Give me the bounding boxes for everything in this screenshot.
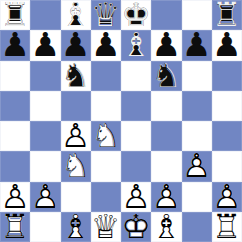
square-e7[interactable]: ♝♗	[121, 30, 151, 60]
square-b5[interactable]	[30, 91, 60, 121]
square-b4[interactable]	[30, 121, 60, 151]
white-pawn-outline: ♙	[61, 121, 91, 151]
white-pawn-fill: ♟	[61, 121, 91, 151]
white-pawn[interactable]: ♟♙	[30, 182, 60, 212]
black-pawn-fill: ♟	[0, 30, 30, 60]
white-rook-fill: ♜	[0, 212, 30, 242]
square-d6[interactable]	[91, 61, 121, 91]
white-pawn[interactable]: ♟♙	[212, 182, 242, 212]
square-f3[interactable]	[151, 151, 181, 181]
white-bishop-outline: ♗	[151, 212, 181, 242]
black-pawn[interactable]: ♟	[0, 30, 30, 60]
white-pawn-outline: ♙	[212, 182, 242, 212]
square-d1[interactable]: ♛♕	[91, 212, 121, 242]
square-g6[interactable]	[182, 61, 212, 91]
white-knight-fill: ♞	[91, 121, 121, 151]
black-pawn-fill: ♟	[182, 30, 212, 60]
black-king-outline: ♔	[121, 0, 151, 30]
black-bishop-outline: ♗	[61, 0, 91, 30]
square-g7[interactable]: ♟	[182, 30, 212, 60]
black-pawn-fill: ♟	[151, 30, 181, 60]
white-king-outline: ♔	[121, 212, 151, 242]
white-rook-outline: ♖	[212, 212, 242, 242]
black-rook[interactable]: ♜♖	[212, 0, 242, 30]
black-knight-fill: ♞	[151, 61, 181, 91]
square-d7[interactable]: ♟	[91, 30, 121, 60]
square-h7[interactable]: ♟	[212, 30, 242, 60]
white-rook[interactable]: ♜♖	[0, 212, 30, 242]
white-pawn-fill: ♟	[212, 182, 242, 212]
square-d8[interactable]: ♛♕	[91, 0, 121, 30]
square-c6[interactable]: ♞♘	[61, 61, 91, 91]
white-king-fill: ♚	[121, 212, 151, 242]
square-h6[interactable]	[212, 61, 242, 91]
square-e5[interactable]	[121, 91, 151, 121]
black-pawn[interactable]: ♟	[151, 30, 181, 60]
square-e8[interactable]: ♚♔	[121, 0, 151, 30]
white-rook[interactable]: ♜♖	[212, 212, 242, 242]
square-a8[interactable]: ♜♖	[0, 0, 30, 30]
square-c8[interactable]: ♝♗	[61, 0, 91, 30]
black-knight[interactable]: ♞♘	[151, 61, 181, 91]
square-a3[interactable]	[0, 151, 30, 181]
square-c1[interactable]: ♝♗	[61, 212, 91, 242]
black-pawn-fill: ♟	[212, 30, 242, 60]
black-bishop[interactable]: ♝♗	[61, 0, 91, 30]
square-d5[interactable]	[91, 91, 121, 121]
square-c2[interactable]	[61, 182, 91, 212]
white-pawn-fill: ♟	[182, 151, 212, 181]
white-pawn[interactable]: ♟♙	[182, 151, 212, 181]
white-pawn-outline: ♙	[151, 182, 181, 212]
square-a4[interactable]	[0, 121, 30, 151]
white-bishop-fill: ♝	[61, 212, 91, 242]
white-pawn[interactable]: ♟♙	[61, 121, 91, 151]
square-b7[interactable]: ♟	[30, 30, 60, 60]
white-pawn-outline: ♙	[30, 182, 60, 212]
black-pawn[interactable]: ♟	[61, 30, 91, 60]
black-pawn-fill: ♟	[30, 30, 60, 60]
white-bishop[interactable]: ♝♗	[151, 212, 181, 242]
white-pawn-fill: ♟	[151, 182, 181, 212]
white-knight-fill: ♞	[61, 151, 91, 181]
black-bishop-fill: ♝	[61, 0, 91, 30]
white-queen-fill: ♛	[91, 212, 121, 242]
square-h4[interactable]	[212, 121, 242, 151]
white-pawn-outline: ♙	[182, 151, 212, 181]
black-knight-outline: ♘	[151, 61, 181, 91]
square-g3[interactable]: ♟♙	[182, 151, 212, 181]
square-e2[interactable]: ♟♙	[121, 182, 151, 212]
black-pawn[interactable]: ♟	[91, 30, 121, 60]
black-king-fill: ♚	[121, 0, 151, 30]
white-pawn-fill: ♟	[0, 182, 30, 212]
square-g4[interactable]	[182, 121, 212, 151]
square-f2[interactable]: ♟♙	[151, 182, 181, 212]
white-rook-outline: ♖	[0, 212, 30, 242]
black-pawn[interactable]: ♟	[212, 30, 242, 60]
square-h1[interactable]: ♜♖	[212, 212, 242, 242]
white-queen[interactable]: ♛♕	[91, 212, 121, 242]
square-a1[interactable]: ♜♖	[0, 212, 30, 242]
black-rook-fill: ♜	[212, 0, 242, 30]
black-pawn-fill: ♟	[61, 30, 91, 60]
black-king[interactable]: ♚♔	[121, 0, 151, 30]
square-b8[interactable]	[30, 0, 60, 30]
square-c3[interactable]: ♞♘	[61, 151, 91, 181]
black-rook-fill: ♜	[0, 0, 30, 30]
square-a6[interactable]	[0, 61, 30, 91]
black-knight-outline: ♘	[61, 61, 91, 91]
square-h5[interactable]	[212, 91, 242, 121]
square-b1[interactable]	[30, 212, 60, 242]
square-f8[interactable]	[151, 0, 181, 30]
white-pawn-fill: ♟	[30, 182, 60, 212]
white-knight-outline: ♘	[61, 151, 91, 181]
square-b3[interactable]	[30, 151, 60, 181]
square-h8[interactable]: ♜♖	[212, 0, 242, 30]
white-bishop[interactable]: ♝♗	[61, 212, 91, 242]
white-pawn[interactable]: ♟♙	[0, 182, 30, 212]
black-queen[interactable]: ♛♕	[91, 0, 121, 30]
square-c4[interactable]: ♟♙	[61, 121, 91, 151]
white-rook-fill: ♜	[212, 212, 242, 242]
black-pawn-fill: ♟	[91, 30, 121, 60]
black-pawn[interactable]: ♟	[30, 30, 60, 60]
square-b6[interactable]	[30, 61, 60, 91]
white-knight-outline: ♘	[91, 121, 121, 151]
square-h2[interactable]: ♟♙	[212, 182, 242, 212]
square-a5[interactable]	[0, 91, 30, 121]
square-f1[interactable]: ♝♗	[151, 212, 181, 242]
white-knight[interactable]: ♞♘	[61, 151, 91, 181]
black-pawn[interactable]: ♟	[182, 30, 212, 60]
square-h3[interactable]	[212, 151, 242, 181]
black-knight[interactable]: ♞♘	[61, 61, 91, 91]
square-e1[interactable]: ♚♔	[121, 212, 151, 242]
white-king[interactable]: ♚♔	[121, 212, 151, 242]
square-g2[interactable]	[182, 182, 212, 212]
square-e3[interactable]	[121, 151, 151, 181]
white-queen-outline: ♕	[91, 212, 121, 242]
square-g8[interactable]	[182, 0, 212, 30]
black-bishop-fill: ♝	[121, 30, 151, 60]
square-d4[interactable]: ♞♘	[91, 121, 121, 151]
square-b2[interactable]: ♟♙	[30, 182, 60, 212]
square-f4[interactable]	[151, 121, 181, 151]
square-c7[interactable]: ♟	[61, 30, 91, 60]
square-a7[interactable]: ♟	[0, 30, 30, 60]
black-rook-outline: ♖	[212, 0, 242, 30]
chess-board: ♜♖♝♗♛♕♚♔♜♖♟♟♟♟♝♗♟♟♟♞♘♞♘♟♙♞♘♞♘♟♙♟♙♟♙♟♙♟♙♟…	[0, 0, 242, 242]
square-e4[interactable]	[121, 121, 151, 151]
black-bishop-outline: ♗	[121, 30, 151, 60]
square-d3[interactable]	[91, 151, 121, 181]
square-a2[interactable]: ♟♙	[0, 182, 30, 212]
white-pawn[interactable]: ♟♙	[121, 182, 151, 212]
black-rook-outline: ♖	[0, 0, 30, 30]
square-d2[interactable]	[91, 182, 121, 212]
black-bishop[interactable]: ♝♗	[121, 30, 151, 60]
white-pawn-outline: ♙	[0, 182, 30, 212]
white-pawn[interactable]: ♟♙	[151, 182, 181, 212]
square-g5[interactable]	[182, 91, 212, 121]
black-rook[interactable]: ♜♖	[0, 0, 30, 30]
square-f7[interactable]: ♟	[151, 30, 181, 60]
black-queen-outline: ♕	[91, 0, 121, 30]
square-f5[interactable]	[151, 91, 181, 121]
square-e6[interactable]	[121, 61, 151, 91]
white-pawn-outline: ♙	[121, 182, 151, 212]
square-f6[interactable]: ♞♘	[151, 61, 181, 91]
white-pawn-fill: ♟	[121, 182, 151, 212]
white-knight[interactable]: ♞♘	[91, 121, 121, 151]
black-knight-fill: ♞	[61, 61, 91, 91]
square-g1[interactable]	[182, 212, 212, 242]
square-c5[interactable]	[61, 91, 91, 121]
black-queen-fill: ♛	[91, 0, 121, 30]
white-bishop-fill: ♝	[151, 212, 181, 242]
white-bishop-outline: ♗	[61, 212, 91, 242]
